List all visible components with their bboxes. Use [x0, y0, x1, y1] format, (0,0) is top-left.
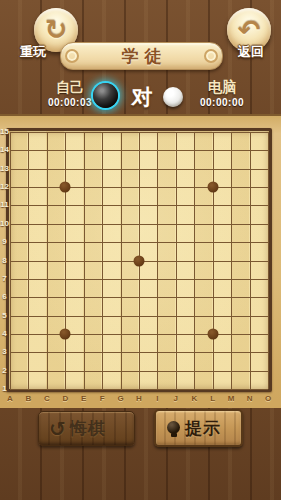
player-self-name: 自己	[40, 79, 100, 97]
row-label: 5	[0, 312, 9, 320]
hint-button[interactable]: 提示	[154, 409, 243, 447]
grid-line-h	[10, 279, 268, 280]
grid-line-v	[157, 132, 158, 389]
grid-line-v	[250, 132, 251, 389]
grid-line-h	[10, 334, 268, 335]
grid-line-v	[213, 132, 214, 389]
col-label: A	[4, 394, 16, 403]
grid-line-h	[10, 389, 268, 390]
row-labels: 151413121110987654321	[0, 132, 9, 389]
replay-icon: ↻	[45, 17, 68, 44]
grid-line-h	[10, 352, 268, 353]
col-label: G	[115, 394, 127, 403]
col-label: N	[244, 394, 256, 403]
hint-bulb-icon	[167, 421, 180, 434]
undo-label: 悔棋	[70, 417, 106, 440]
col-label: F	[96, 394, 108, 403]
col-label: O	[262, 394, 274, 403]
row-label: 1	[0, 385, 9, 393]
level-plaque: 学徒	[60, 42, 223, 70]
col-label: C	[41, 394, 53, 403]
grid-line-v	[231, 132, 232, 389]
grid-line-h	[10, 371, 268, 372]
star-point-d12	[60, 182, 71, 193]
board-region: 151413121110987654321 ABCDEFGHIJKLMNO	[0, 114, 281, 408]
undo-icon: ↺	[49, 419, 66, 439]
col-label: H	[133, 394, 145, 403]
star-point-d4	[60, 328, 71, 339]
col-label: J	[170, 394, 182, 403]
board-grid[interactable]	[10, 132, 268, 389]
plaque-ornament-left-icon	[65, 49, 79, 63]
row-label: 3	[0, 348, 9, 356]
col-label: D	[59, 394, 71, 403]
black-stone-indicator	[93, 83, 118, 108]
col-label: K	[188, 394, 200, 403]
row-label: 10	[0, 220, 9, 228]
row-label: 13	[0, 165, 9, 173]
grid-line-h	[10, 316, 268, 317]
star-point-l4	[207, 328, 218, 339]
row-label: 7	[0, 275, 9, 283]
col-label: L	[207, 394, 219, 403]
col-label: M	[225, 394, 237, 403]
row-label: 9	[0, 238, 9, 246]
row-label: 8	[0, 257, 9, 265]
grid-line-v	[194, 132, 195, 389]
plaque-ornament-right-icon	[204, 49, 218, 63]
grid-line-h	[10, 297, 268, 298]
row-label: 11	[0, 201, 9, 209]
player-computer-timer: 00:00:00	[188, 97, 256, 108]
player-computer-name: 电脑	[192, 79, 252, 97]
white-stone-indicator	[163, 87, 183, 107]
col-label: E	[78, 394, 90, 403]
row-label: 14	[0, 146, 9, 154]
level-title: 学徒	[116, 45, 168, 68]
star-point-l12	[207, 182, 218, 193]
col-label: I	[151, 394, 163, 403]
row-label: 6	[0, 293, 9, 301]
row-label: 12	[0, 183, 9, 191]
grid-line-v	[176, 132, 177, 389]
col-label: B	[22, 394, 34, 403]
row-label: 2	[0, 367, 9, 375]
undo-button[interactable]: ↺ 悔棋	[38, 411, 135, 446]
gomoku-app: ↻ 重玩 ↶ 返回 学徒 自己 00:00:03 对 电脑 00:00:00 1…	[0, 0, 281, 500]
hint-label: 提示	[185, 417, 221, 440]
star-point-h8	[134, 255, 145, 266]
replay-label: 重玩	[6, 43, 60, 61]
vs-label: 对	[126, 83, 158, 111]
back-label: 返回	[224, 43, 278, 61]
col-labels: ABCDEFGHIJKLMNO	[10, 394, 268, 404]
row-label: 15	[0, 128, 9, 136]
back-icon: ↶	[238, 17, 261, 44]
row-label: 4	[0, 330, 9, 338]
grid-line-v	[268, 132, 269, 389]
